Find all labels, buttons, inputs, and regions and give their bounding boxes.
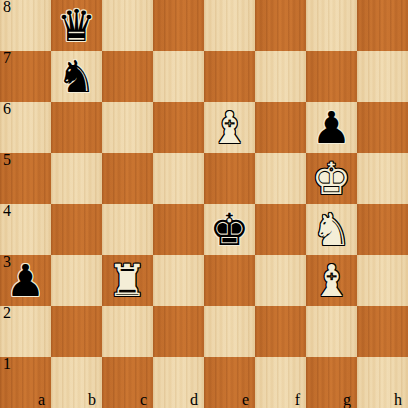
square-c4[interactable] [102,204,153,255]
square-c3[interactable]: ♜ [102,255,153,306]
square-g3[interactable]: ♝ [306,255,357,306]
square-e2[interactable] [204,306,255,357]
square-h3[interactable] [357,255,408,306]
square-c8[interactable] [102,0,153,51]
rank-label-3: 3 [3,255,11,271]
square-f6[interactable] [255,102,306,153]
rank-label-2: 2 [3,306,11,322]
file-label-g: g [343,391,351,408]
square-e7[interactable] [204,51,255,102]
square-e8[interactable] [204,0,255,51]
black-pawn[interactable]: ♟ [306,102,357,153]
square-a4[interactable]: 4 [0,204,51,255]
square-a3[interactable]: 3♟ [0,255,51,306]
square-b2[interactable] [51,306,102,357]
square-h5[interactable] [357,153,408,204]
square-h2[interactable] [357,306,408,357]
square-c1[interactable]: c [102,357,153,408]
square-a2[interactable]: 2 [0,306,51,357]
chess-board: 8♛7♞6♝♟5♚4♚♞3♟♜♝21abcdefgh [0,0,408,408]
square-c6[interactable] [102,102,153,153]
square-a1[interactable]: 1a [0,357,51,408]
square-e3[interactable] [204,255,255,306]
file-label-b: b [88,391,96,408]
square-f4[interactable] [255,204,306,255]
white-bishop[interactable]: ♝ [204,102,255,153]
square-h7[interactable] [357,51,408,102]
square-d1[interactable]: d [153,357,204,408]
square-f1[interactable]: f [255,357,306,408]
square-b8[interactable]: ♛ [51,0,102,51]
square-e5[interactable] [204,153,255,204]
square-b1[interactable]: b [51,357,102,408]
square-f5[interactable] [255,153,306,204]
square-f8[interactable] [255,0,306,51]
rank-label-8: 8 [3,0,11,16]
rank-label-6: 6 [3,102,11,118]
white-knight[interactable]: ♞ [306,204,357,255]
square-a6[interactable]: 6 [0,102,51,153]
square-c5[interactable] [102,153,153,204]
file-label-a: a [38,391,45,408]
white-rook[interactable]: ♜ [102,255,153,306]
square-g2[interactable] [306,306,357,357]
black-knight[interactable]: ♞ [51,51,102,102]
square-d8[interactable] [153,0,204,51]
square-h1[interactable]: h [357,357,408,408]
square-g5[interactable]: ♚ [306,153,357,204]
square-g6[interactable]: ♟ [306,102,357,153]
square-g8[interactable] [306,0,357,51]
square-b5[interactable] [51,153,102,204]
rank-label-5: 5 [3,153,11,169]
black-king[interactable]: ♚ [204,204,255,255]
square-a5[interactable]: 5 [0,153,51,204]
square-d6[interactable] [153,102,204,153]
file-label-f: f [295,391,300,408]
file-label-c: c [140,391,147,408]
square-c2[interactable] [102,306,153,357]
square-f2[interactable] [255,306,306,357]
square-h4[interactable] [357,204,408,255]
square-d5[interactable] [153,153,204,204]
square-b3[interactable] [51,255,102,306]
file-label-d: d [190,391,198,408]
rank-label-4: 4 [3,204,11,220]
square-d7[interactable] [153,51,204,102]
square-g7[interactable] [306,51,357,102]
white-king[interactable]: ♚ [306,153,357,204]
square-e6[interactable]: ♝ [204,102,255,153]
square-d3[interactable] [153,255,204,306]
white-bishop[interactable]: ♝ [306,255,357,306]
square-g4[interactable]: ♞ [306,204,357,255]
square-d2[interactable] [153,306,204,357]
square-f3[interactable] [255,255,306,306]
square-a8[interactable]: 8 [0,0,51,51]
black-queen[interactable]: ♛ [51,0,102,51]
square-d4[interactable] [153,204,204,255]
square-b6[interactable] [51,102,102,153]
square-h8[interactable] [357,0,408,51]
square-e4[interactable]: ♚ [204,204,255,255]
square-e1[interactable]: e [204,357,255,408]
square-b4[interactable] [51,204,102,255]
square-g1[interactable]: g [306,357,357,408]
square-f7[interactable] [255,51,306,102]
square-c7[interactable] [102,51,153,102]
rank-label-7: 7 [3,51,11,67]
file-label-e: e [242,391,249,408]
rank-label-1: 1 [3,357,11,373]
square-h6[interactable] [357,102,408,153]
file-label-h: h [394,391,402,408]
square-b7[interactable]: ♞ [51,51,102,102]
square-a7[interactable]: 7 [0,51,51,102]
